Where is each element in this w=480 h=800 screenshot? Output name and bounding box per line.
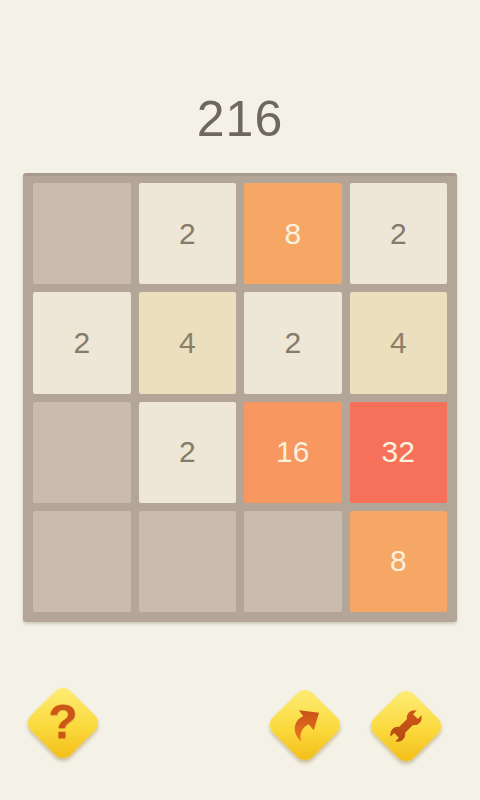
settings-button[interactable] — [366, 686, 446, 766]
tile-r4c1 — [33, 511, 131, 612]
tile-r4c2 — [139, 511, 237, 612]
tile-r1c4: 2 — [350, 183, 448, 284]
tile-r3c3: 16 — [244, 402, 342, 503]
question-mark-icon: ? — [48, 694, 77, 749]
tile-r3c2: 2 — [139, 402, 237, 503]
help-button[interactable]: ? — [23, 683, 103, 763]
tile-r1c1 — [33, 183, 131, 284]
tile-r2c4: 4 — [350, 292, 448, 393]
game-screen: 216 2 8 2 2 4 2 4 2 16 32 8 ? — [0, 0, 480, 800]
tile-r2c2: 4 — [139, 292, 237, 393]
share-arrow-icon — [284, 704, 326, 746]
tile-r3c1 — [33, 402, 131, 503]
tile-r2c3: 2 — [244, 292, 342, 393]
tile-r2c1: 2 — [33, 292, 131, 393]
wrench-icon — [386, 706, 426, 746]
tile-r4c4: 8 — [350, 511, 448, 612]
tile-r1c3: 8 — [244, 183, 342, 284]
share-button[interactable] — [265, 685, 345, 765]
tile-r3c4: 32 — [350, 402, 448, 503]
tile-r1c2: 2 — [139, 183, 237, 284]
game-board[interactable]: 2 8 2 2 4 2 4 2 16 32 8 — [23, 173, 457, 622]
tile-r4c3 — [244, 511, 342, 612]
score: 216 — [0, 90, 480, 148]
